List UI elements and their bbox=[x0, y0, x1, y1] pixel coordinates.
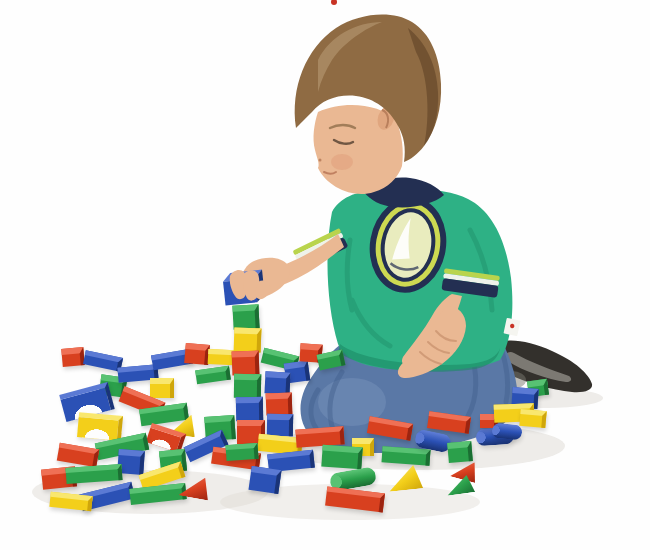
block-red-rect bbox=[427, 411, 471, 434]
product-photo bbox=[0, 0, 650, 550]
block-green-rect bbox=[382, 446, 431, 465]
block-green-cube bbox=[232, 304, 259, 329]
block-yellow-rect bbox=[519, 409, 546, 428]
block-yellow-triangle bbox=[387, 464, 423, 491]
block-yellow-cube bbox=[234, 328, 262, 353]
block-red-cube bbox=[184, 343, 210, 365]
block-red-cube bbox=[266, 393, 293, 416]
block-green-rect bbox=[195, 366, 231, 385]
block-blue-cube bbox=[248, 466, 281, 494]
block-blue-cube bbox=[236, 397, 263, 421]
block-yellow-rect bbox=[49, 492, 92, 511]
block-green-rect bbox=[225, 443, 258, 461]
block-red-rect bbox=[295, 426, 344, 447]
block-green-cube bbox=[321, 445, 362, 470]
block-blue-cube bbox=[264, 371, 290, 394]
block-red-rect bbox=[57, 443, 100, 468]
block-yellow-cube bbox=[150, 378, 174, 398]
block-green-rect bbox=[66, 464, 123, 484]
block-blue-cube bbox=[267, 414, 293, 436]
block-red-cube bbox=[61, 347, 84, 367]
block-red-rect bbox=[325, 487, 385, 513]
block-green-cube bbox=[447, 441, 473, 463]
block-yellow-arch bbox=[77, 412, 123, 441]
block-green-rect bbox=[129, 483, 186, 505]
block-red-cube bbox=[232, 351, 260, 376]
blocks-layer bbox=[0, 0, 650, 550]
block-green-cube bbox=[234, 374, 261, 398]
